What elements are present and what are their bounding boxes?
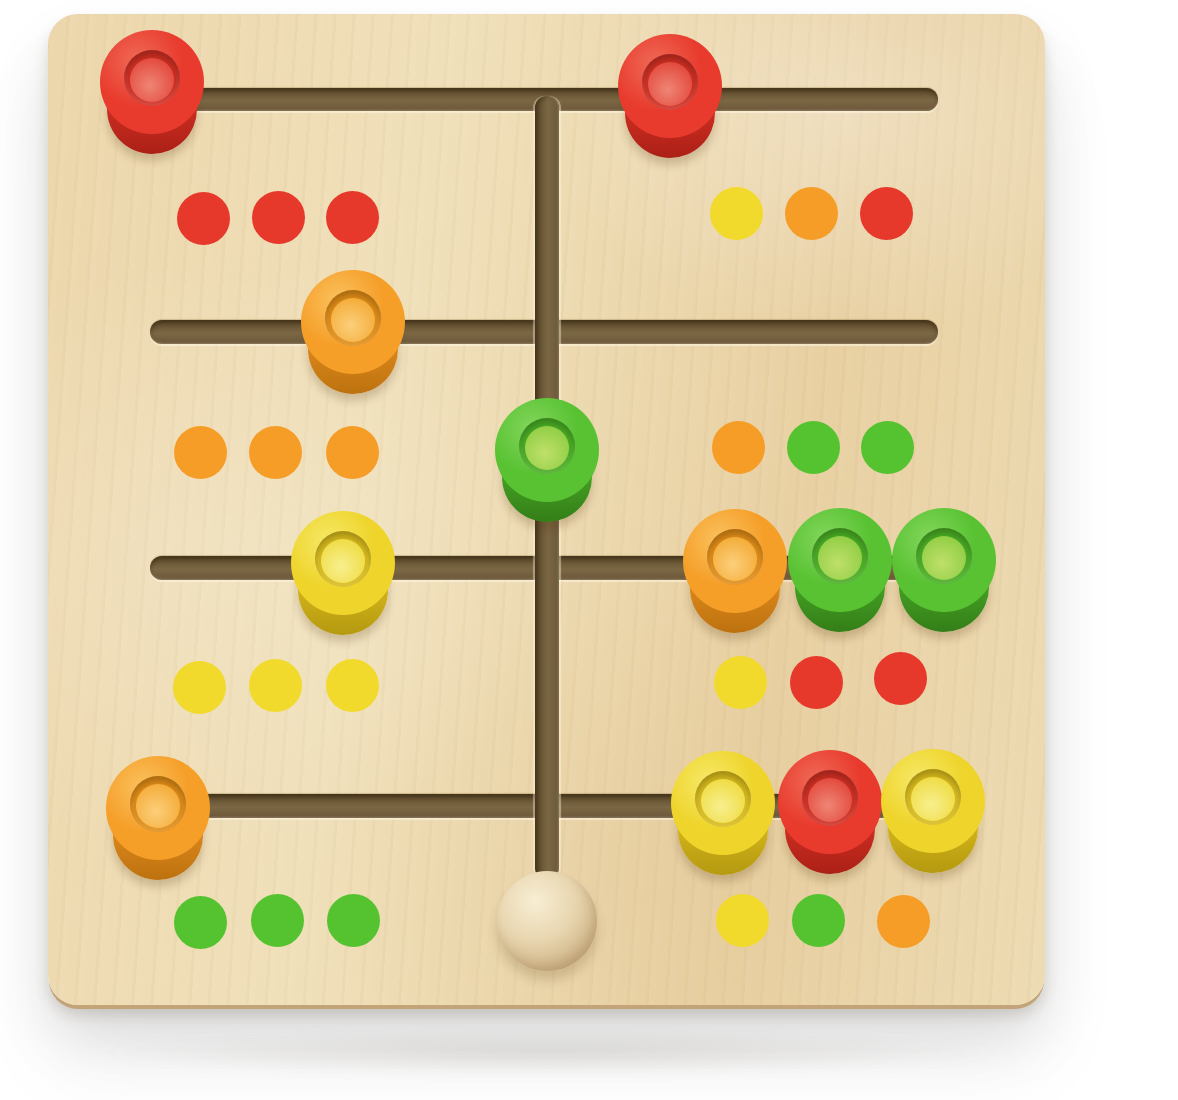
slide-peg-orange[interactable] — [106, 756, 210, 860]
peg-recess-centre — [136, 784, 180, 828]
slide-peg-orange[interactable] — [683, 509, 787, 613]
board-drop-shadow — [90, 1028, 1010, 1076]
target-dot-yellow — [710, 187, 763, 240]
target-dot-red — [790, 656, 843, 709]
peg-recess-centre — [713, 537, 757, 581]
target-dot-green — [174, 896, 227, 949]
target-dot-green — [792, 894, 845, 947]
peg-recess-centre — [911, 777, 955, 821]
target-dot-green — [327, 894, 380, 947]
target-dot-yellow — [326, 659, 379, 712]
peg-recess-centre — [130, 58, 174, 102]
peg-recess-centre — [701, 779, 745, 823]
target-dot-green — [787, 421, 840, 474]
slide-peg-red[interactable] — [778, 750, 882, 854]
peg-recess-centre — [331, 298, 375, 342]
slide-peg-red[interactable] — [100, 30, 204, 134]
target-dot-red — [252, 191, 305, 244]
slide-peg-yellow[interactable] — [671, 751, 775, 855]
peg-recess-centre — [648, 62, 692, 106]
target-dot-yellow — [716, 894, 769, 947]
target-dot-orange — [174, 426, 227, 479]
peg-recess-centre — [818, 536, 862, 580]
target-dot-red — [177, 192, 230, 245]
peg-recess-centre — [922, 536, 966, 580]
slide-peg-yellow[interactable] — [881, 749, 985, 853]
peg-recess-centre — [321, 539, 365, 583]
target-dot-red — [860, 187, 913, 240]
slide-peg-orange[interactable] — [301, 270, 405, 374]
target-dot-green — [861, 421, 914, 474]
target-dot-orange — [877, 895, 930, 948]
target-dot-red — [874, 652, 927, 705]
target-dot-orange — [785, 187, 838, 240]
target-dot-yellow — [714, 656, 767, 709]
target-dot-orange — [249, 426, 302, 479]
peg-recess-centre — [808, 778, 852, 822]
screenshot — [0, 0, 1178, 1100]
slide-peg-red[interactable] — [618, 34, 722, 138]
slide-peg-green[interactable] — [788, 508, 892, 612]
target-dot-orange — [712, 421, 765, 474]
target-dot-red — [326, 191, 379, 244]
target-dot-yellow — [249, 659, 302, 712]
wooden-ball-knob[interactable] — [497, 871, 597, 971]
target-dot-orange — [326, 426, 379, 479]
peg-recess-centre — [525, 426, 569, 470]
slide-peg-green[interactable] — [495, 398, 599, 502]
target-dot-yellow — [173, 661, 226, 714]
slide-peg-yellow[interactable] — [291, 511, 395, 615]
target-dot-green — [251, 894, 304, 947]
slide-peg-green[interactable] — [892, 508, 996, 612]
